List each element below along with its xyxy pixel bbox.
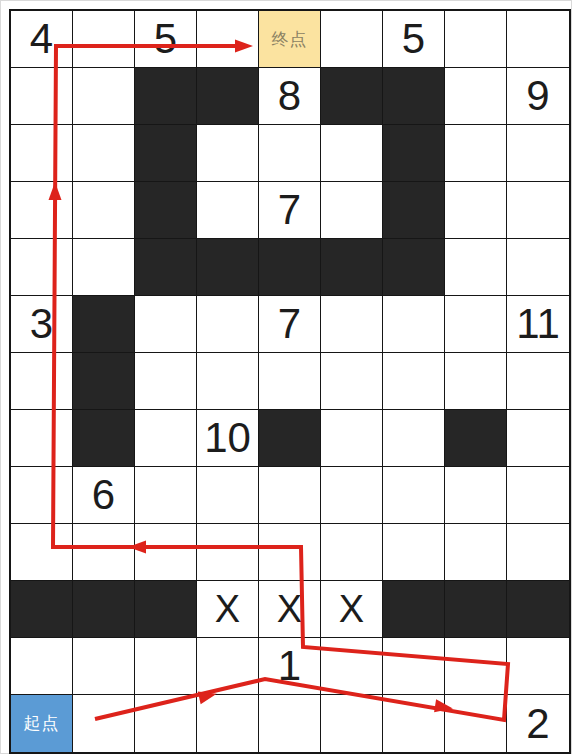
cell-r3c1[interactable] [73,182,135,239]
cell-r9c7[interactable] [445,524,507,581]
cell-r11c5[interactable] [321,638,383,695]
cell-r5c7[interactable] [445,296,507,353]
wall-cell-r1c3 [197,68,259,125]
cell-r12c1[interactable] [73,695,135,752]
cell-r1c1[interactable] [73,68,135,125]
cell-r3c5[interactable] [321,182,383,239]
wall-cell-r7c7 [445,410,507,467]
cell-r2c7[interactable] [445,125,507,182]
cell-r2c3[interactable] [197,125,259,182]
waypoint-5-cell[interactable]: 5 [383,11,445,68]
cell-r3c0[interactable] [11,182,73,239]
wall-cell-r4c5 [321,239,383,296]
cell-r6c4[interactable] [259,353,321,410]
cell-r11c6[interactable] [383,638,445,695]
waypoint-7-cell[interactable]: 7 [259,182,321,239]
wall-cell-r10c7 [445,581,507,638]
blocked-cell-r10c5[interactable]: X [321,581,383,638]
wall-cell-r7c4 [259,410,321,467]
cell-r12c2[interactable] [135,695,197,752]
start-cell[interactable]: 起点 [11,695,73,752]
cell-r4c8[interactable] [507,239,569,296]
cell-r6c3[interactable] [197,353,259,410]
waypoint-4-cell[interactable]: 4 [11,11,73,68]
wall-cell-r4c4 [259,239,321,296]
cell-r8c0[interactable] [11,467,73,524]
cell-r12c3[interactable] [197,695,259,752]
cell-r5c5[interactable] [321,296,383,353]
cell-r6c0[interactable] [11,353,73,410]
cell-r5c6[interactable] [383,296,445,353]
cell-r9c8[interactable] [507,524,569,581]
cell-r4c1[interactable] [73,239,135,296]
wall-cell-r10c8 [507,581,569,638]
wall-cell-r3c6 [383,182,445,239]
cell-r8c3[interactable] [197,467,259,524]
cell-r7c6[interactable] [383,410,445,467]
cell-r0c5[interactable] [321,11,383,68]
blocked-cell-r10c3[interactable]: X [197,581,259,638]
wall-cell-r4c3 [197,239,259,296]
wall-cell-r6c1 [73,353,135,410]
cell-r9c6[interactable] [383,524,445,581]
cell-r8c8[interactable] [507,467,569,524]
cell-r11c2[interactable] [135,638,197,695]
cell-r8c5[interactable] [321,467,383,524]
cell-r6c2[interactable] [135,353,197,410]
cell-r4c0[interactable] [11,239,73,296]
puzzle-board: 45终点58973711106XXX1起点2 [9,9,571,754]
wall-cell-r7c1 [73,410,135,467]
cell-r8c4[interactable] [259,467,321,524]
cell-r3c3[interactable] [197,182,259,239]
cell-r7c5[interactable] [321,410,383,467]
waypoint-6-cell[interactable]: 6 [73,467,135,524]
cell-r1c0[interactable] [11,68,73,125]
cell-r11c7[interactable] [445,638,507,695]
cell-r4c7[interactable] [445,239,507,296]
cell-r12c5[interactable] [321,695,383,752]
waypoint-9-cell[interactable]: 9 [507,68,569,125]
cell-r12c4[interactable] [259,695,321,752]
cell-r11c3[interactable] [197,638,259,695]
cell-r8c2[interactable] [135,467,197,524]
wall-cell-r4c2 [135,239,197,296]
end-cell[interactable]: 终点 [259,11,321,68]
cell-r11c0[interactable] [11,638,73,695]
cell-r9c1[interactable] [73,524,135,581]
cell-r2c5[interactable] [321,125,383,182]
cell-r6c5[interactable] [321,353,383,410]
wall-cell-r10c6 [383,581,445,638]
cell-r2c0[interactable] [11,125,73,182]
cell-r9c2[interactable] [135,524,197,581]
waypoint-7-cell[interactable]: 7 [259,296,321,353]
cell-r0c3[interactable] [197,11,259,68]
cell-r3c8[interactable] [507,182,569,239]
cell-r12c6[interactable] [383,695,445,752]
cell-r5c3[interactable] [197,296,259,353]
cell-r0c8[interactable] [507,11,569,68]
waypoint-10-cell[interactable]: 10 [197,410,259,467]
waypoint-1-cell[interactable]: 1 [259,638,321,695]
wall-cell-r4c6 [383,239,445,296]
cell-r7c8[interactable] [507,410,569,467]
wall-cell-r10c2 [135,581,197,638]
cell-r6c7[interactable] [445,353,507,410]
cell-r0c1[interactable] [73,11,135,68]
blocked-cell-r10c4[interactable]: X [259,581,321,638]
wall-cell-r1c2 [135,68,197,125]
cell-r9c3[interactable] [197,524,259,581]
wall-cell-r2c6 [383,125,445,182]
cell-r2c8[interactable] [507,125,569,182]
waypoint-11-cell[interactable]: 11 [507,296,569,353]
waypoint-3-cell[interactable]: 3 [11,296,73,353]
cell-r7c2[interactable] [135,410,197,467]
cell-r8c6[interactable] [383,467,445,524]
wall-cell-r3c2 [135,182,197,239]
cell-r9c5[interactable] [321,524,383,581]
cell-r9c0[interactable] [11,524,73,581]
cell-r11c8[interactable] [507,638,569,695]
cell-r9c4[interactable] [259,524,321,581]
cell-r0c7[interactable] [445,11,507,68]
cell-r3c7[interactable] [445,182,507,239]
wall-cell-r1c5 [321,68,383,125]
wall-cell-r10c1 [73,581,135,638]
cell-r8c7[interactable] [445,467,507,524]
cell-r2c4[interactable] [259,125,321,182]
waypoint-5-cell[interactable]: 5 [135,11,197,68]
cell-r2c1[interactable] [73,125,135,182]
cell-r6c8[interactable] [507,353,569,410]
cell-r12c7[interactable] [445,695,507,752]
waypoint-8-cell[interactable]: 8 [259,68,321,125]
wall-cell-r1c6 [383,68,445,125]
cell-r11c1[interactable] [73,638,135,695]
cell-r6c6[interactable] [383,353,445,410]
cell-r1c7[interactable] [445,68,507,125]
waypoint-2-cell[interactable]: 2 [507,695,569,752]
wall-cell-r5c1 [73,296,135,353]
wall-cell-r10c0 [11,581,73,638]
wall-cell-r2c2 [135,125,197,182]
cell-r5c2[interactable] [135,296,197,353]
cell-r7c0[interactable] [11,410,73,467]
